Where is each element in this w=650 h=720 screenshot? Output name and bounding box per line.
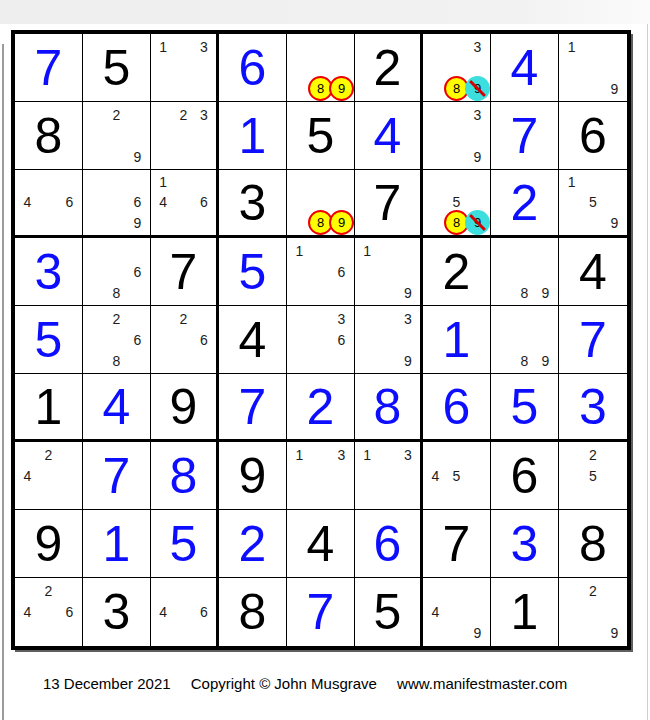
candidate-4: 4: [159, 605, 167, 619]
pencil-slot-1: [289, 36, 310, 57]
pencil-marks: 69: [83, 170, 150, 235]
pencil-slot-1: 1: [289, 240, 310, 261]
cell-r6c2[interactable]: 4: [83, 374, 151, 442]
pencil-slot-9: 9: [535, 282, 556, 303]
given-digit: 9: [219, 442, 286, 509]
cell-r4c7[interactable]: 2: [423, 238, 491, 306]
candidate-9: 9: [610, 626, 618, 640]
pencil-slot-3: [127, 308, 148, 329]
pencil-slot-6: 6: [331, 261, 352, 282]
cell-r4c3[interactable]: 7: [151, 238, 219, 306]
footer-date: 13 December 2021: [43, 675, 171, 692]
pencil-slot-4: 4: [153, 192, 173, 212]
cell-r5c6[interactable]: 39: [355, 306, 423, 374]
pencil-slot-1: [561, 444, 582, 465]
pencil-slot-4: [85, 192, 106, 212]
candidate-2: 2: [113, 108, 121, 122]
pencil-slot-8: [582, 213, 603, 233]
pencil-slot-3: [59, 580, 80, 601]
pencil-slot-2: [377, 444, 397, 465]
pencil-slot-8: 8: [106, 282, 127, 303]
pencil-slot-8: [310, 350, 331, 371]
pencil-slot-8: 8: [514, 350, 535, 371]
pencil-marks: 68: [83, 238, 150, 305]
pencil-slot-5: [377, 329, 397, 350]
pencil-marks: 589: [423, 170, 490, 235]
cell-r7c7[interactable]: 45: [423, 442, 491, 510]
pencil-slot-4: [425, 125, 446, 146]
pencil-slot-6: 6: [127, 261, 148, 282]
cell-r9c6[interactable]: 5: [355, 578, 423, 646]
pencil-slot-9: [59, 486, 80, 507]
pencil-slot-1: 1: [357, 240, 377, 261]
pencil-slot-8: 8: [310, 213, 331, 233]
cell-r8c2[interactable]: 1: [83, 510, 151, 578]
solved-digit: 8: [355, 374, 420, 439]
pencil-slot-2: [377, 240, 397, 261]
cell-r9c7[interactable]: 49: [423, 578, 491, 646]
eliminated-candidate-9: 9: [465, 210, 490, 235]
pencil-slot-6: 6: [127, 192, 148, 212]
pencil-marks: 89: [287, 170, 354, 235]
pencil-marks: 89: [287, 34, 354, 101]
candidate-4: 4: [24, 605, 32, 619]
pencil-slot-7: [289, 350, 310, 371]
pencil-slot-9: 9: [398, 282, 418, 303]
footer-site: www.manifestmaster.com: [397, 675, 567, 692]
cell-r8c8[interactable]: 3: [491, 510, 559, 578]
solved-digit: 4: [83, 374, 150, 439]
cell-r4c9[interactable]: 4: [559, 238, 627, 306]
pencil-slot-8: [173, 78, 193, 99]
pencil-slot-5: [310, 329, 331, 350]
pencil-slot-9: 9: [604, 78, 625, 99]
pencil-slot-8: [377, 282, 397, 303]
pencil-marks: 36: [287, 306, 354, 373]
given-digit: 7: [151, 238, 216, 305]
pencil-slot-6: [604, 465, 625, 486]
pencil-slot-8: [446, 486, 467, 507]
footer: 13 December 2021 Copyright © John Musgra…: [43, 675, 567, 692]
pencil-slot-2: 2: [173, 308, 193, 329]
pencil-marks: 89: [491, 306, 558, 373]
pencil-slot-8: [106, 213, 127, 233]
pencil-slot-5: [173, 192, 193, 212]
pencil-slot-9: 9: [127, 146, 148, 167]
cell-r2c2[interactable]: 29: [83, 102, 151, 170]
cell-r5c4[interactable]: 4: [219, 306, 287, 374]
candidate-5: 5: [453, 469, 461, 483]
candidate-6: 6: [200, 195, 208, 209]
pencil-slot-7: [425, 486, 446, 507]
pencil-slot-2: [446, 104, 467, 125]
pencil-slot-4: [153, 125, 173, 146]
pencil-slot-6: [331, 57, 352, 78]
cell-r5c1[interactable]: 5: [15, 306, 83, 374]
candidate-1: 1: [568, 40, 576, 54]
pencil-slot-5: [106, 192, 127, 212]
pencil-slot-8: [446, 623, 467, 644]
candidate-2: 2: [589, 448, 597, 462]
cell-r8c9[interactable]: 8: [559, 510, 627, 578]
pencil-slot-3: 3: [467, 104, 488, 125]
pencil-slot-3: 3: [194, 104, 214, 125]
cell-r4c4[interactable]: 5: [219, 238, 287, 306]
cell-r8c7[interactable]: 7: [423, 510, 491, 578]
pencil-slot-5: 5: [446, 465, 467, 486]
pencil-slot-1: [85, 308, 106, 329]
cell-r7c6[interactable]: 13: [355, 442, 423, 510]
pencil-marks: 13: [355, 442, 420, 509]
cell-r7c3[interactable]: 8: [151, 442, 219, 510]
candidate-1: 1: [363, 448, 371, 462]
pencil-slot-7: [289, 213, 310, 233]
pencil-slot-1: 1: [153, 172, 173, 192]
candidate-9: 9: [610, 216, 618, 230]
pencil-slot-9: 9: [398, 350, 418, 371]
solved-digit: 2: [491, 170, 558, 235]
pencil-slot-8: [377, 486, 397, 507]
cell-r5c3[interactable]: 26: [151, 306, 219, 374]
pencil-marks: 159: [559, 170, 627, 235]
cell-r4c1[interactable]: 3: [15, 238, 83, 306]
cell-r8c5[interactable]: 4: [287, 510, 355, 578]
pencil-slot-9: [194, 213, 214, 233]
cell-r9c2[interactable]: 3: [83, 578, 151, 646]
pencil-marks: 23: [151, 102, 216, 169]
cell-r6c9[interactable]: 3: [559, 374, 627, 442]
pencil-slot-7: [289, 486, 310, 507]
cell-r7c2[interactable]: 7: [83, 442, 151, 510]
cell-r1c9[interactable]: 19: [559, 34, 627, 102]
cell-r2c7[interactable]: 39: [423, 102, 491, 170]
cell-r3c5[interactable]: 89: [287, 170, 355, 238]
pencil-slot-9: [194, 350, 214, 371]
pencil-slot-9: 9: [467, 146, 488, 167]
pencil-slot-7: [153, 146, 173, 167]
pencil-slot-9: [59, 213, 80, 233]
cell-r3c1[interactable]: 46: [15, 170, 83, 238]
cell-r5c2[interactable]: 268: [83, 306, 151, 374]
pencil-slot-7: [425, 146, 446, 167]
cell-r2c6[interactable]: 4: [355, 102, 423, 170]
pencil-slot-7: [17, 623, 38, 644]
cell-r5c7[interactable]: 1: [423, 306, 491, 374]
cell-r7c9[interactable]: 25: [559, 442, 627, 510]
pencil-slot-2: [106, 240, 127, 261]
pencil-slot-4: [153, 329, 173, 350]
pencil-slot-4: [357, 261, 377, 282]
pencil-slot-5: [514, 261, 535, 282]
cell-r5c9[interactable]: 7: [559, 306, 627, 374]
pencil-marks: 25: [559, 442, 627, 509]
candidate-9: 9: [404, 286, 412, 300]
given-digit: 4: [559, 238, 627, 305]
pencil-slot-2: [173, 172, 193, 192]
cell-r1c1[interactable]: 7: [15, 34, 83, 102]
cell-r1c4[interactable]: 6: [219, 34, 287, 102]
cell-r1c3[interactable]: 13: [151, 34, 219, 102]
pencil-slot-5: [377, 465, 397, 486]
cell-r7c1[interactable]: 24: [15, 442, 83, 510]
candidate-1: 1: [296, 448, 304, 462]
pencil-slot-7: [153, 78, 173, 99]
pencil-slot-4: 4: [17, 465, 38, 486]
cell-r5c5[interactable]: 36: [287, 306, 355, 374]
highlighted-candidate-9: 9: [329, 210, 354, 235]
pencil-slot-1: 1: [153, 36, 173, 57]
cell-r3c9[interactable]: 159: [559, 170, 627, 238]
candidate-3: 3: [404, 312, 412, 326]
cell-r6c1[interactable]: 1: [15, 374, 83, 442]
candidate-5: 5: [453, 195, 461, 209]
pencil-slot-9: 9: [127, 213, 148, 233]
cell-r9c3[interactable]: 46: [151, 578, 219, 646]
solved-digit: 4: [491, 34, 558, 101]
pencil-slot-5: [106, 125, 127, 146]
pencil-slot-6: [398, 261, 418, 282]
cell-r2c3[interactable]: 23: [151, 102, 219, 170]
cell-r2c4[interactable]: 1: [219, 102, 287, 170]
pencil-slot-2: 2: [38, 580, 59, 601]
cell-r2c5[interactable]: 5: [287, 102, 355, 170]
candidate-1: 1: [296, 244, 304, 258]
pencil-slot-7: [289, 78, 310, 99]
cell-r7c8[interactable]: 6: [491, 442, 559, 510]
pencil-slot-5: [173, 57, 193, 78]
pencil-slot-6: 6: [59, 192, 80, 212]
cell-r8c6[interactable]: 6: [355, 510, 423, 578]
cell-r1c5[interactable]: 89: [287, 34, 355, 102]
pencil-marks: 268: [83, 306, 150, 373]
pencil-slot-1: [85, 240, 106, 261]
cell-r6c8[interactable]: 5: [491, 374, 559, 442]
candidate-2: 2: [113, 312, 121, 326]
candidate-5: 5: [589, 195, 597, 209]
pencil-slot-2: [310, 308, 331, 329]
pencil-slot-7: [85, 213, 106, 233]
cell-r3c8[interactable]: 2: [491, 170, 559, 238]
solved-digit: 1: [219, 102, 286, 169]
pencil-slot-4: [561, 192, 582, 212]
pencil-marks: 246: [15, 578, 82, 646]
pencil-slot-1: [153, 580, 173, 601]
candidate-8: 8: [521, 354, 529, 368]
cell-r3c6[interactable]: 7: [355, 170, 423, 238]
pencil-slot-3: 3: [331, 308, 352, 329]
pencil-slot-1: [289, 308, 310, 329]
cell-r4c8[interactable]: 89: [491, 238, 559, 306]
solved-digit: 7: [559, 306, 627, 373]
pencil-slot-8: [377, 350, 397, 371]
cell-r9c5[interactable]: 7: [287, 578, 355, 646]
solved-digit: 3: [559, 374, 627, 439]
eliminated-candidate-9: 9: [465, 76, 490, 101]
candidate-1: 1: [159, 40, 167, 54]
given-digit: 5: [355, 578, 420, 646]
pencil-slot-4: [289, 329, 310, 350]
cell-r3c3[interactable]: 146: [151, 170, 219, 238]
pencil-slot-3: [398, 240, 418, 261]
pencil-slot-6: 6: [59, 601, 80, 622]
cell-r9c8[interactable]: 1: [491, 578, 559, 646]
window-top-band: [0, 0, 650, 24]
pencil-slot-7: [17, 486, 38, 507]
cell-r2c1[interactable]: 8: [15, 102, 83, 170]
given-digit: 2: [355, 34, 420, 101]
cell-r2c8[interactable]: 7: [491, 102, 559, 170]
cell-r1c7[interactable]: 389: [423, 34, 491, 102]
solved-digit: 7: [83, 442, 150, 509]
pencil-slot-1: [425, 580, 446, 601]
pencil-slot-5: [446, 601, 467, 622]
pencil-marks: 46: [151, 578, 216, 646]
pencil-slot-4: [493, 329, 514, 350]
pencil-slot-1: [425, 104, 446, 125]
pencil-slot-3: [331, 172, 352, 192]
pencil-marks: 39: [423, 102, 490, 169]
pencil-slot-6: 6: [194, 192, 214, 212]
pencil-slot-6: [467, 57, 488, 78]
pencil-slot-3: 3: [194, 36, 214, 57]
cell-r6c7[interactable]: 6: [423, 374, 491, 442]
pencil-slot-6: 6: [194, 329, 214, 350]
pencil-slot-7: [357, 350, 377, 371]
cell-r8c3[interactable]: 5: [151, 510, 219, 578]
cell-r9c4[interactable]: 8: [219, 578, 287, 646]
cell-r4c6[interactable]: 19: [355, 238, 423, 306]
pencil-slot-3: [127, 240, 148, 261]
candidate-2: 2: [589, 584, 597, 598]
cell-r9c9[interactable]: 29: [559, 578, 627, 646]
cell-r1c2[interactable]: 5: [83, 34, 151, 102]
pencil-slot-5: [582, 57, 603, 78]
pencil-slot-7: [289, 282, 310, 303]
pencil-slot-2: [377, 308, 397, 329]
given-digit: 4: [219, 306, 286, 373]
solved-digit: 6: [423, 374, 490, 439]
pencil-slot-4: [425, 57, 446, 78]
candidate-9: 9: [134, 150, 142, 164]
pencil-slot-9: [331, 350, 352, 371]
pencil-slot-4: [85, 125, 106, 146]
candidate-3: 3: [404, 448, 412, 462]
candidate-6: 6: [338, 333, 346, 347]
cell-r3c2[interactable]: 69: [83, 170, 151, 238]
cell-r4c5[interactable]: 16: [287, 238, 355, 306]
given-digit: 9: [15, 510, 82, 577]
cell-r9c1[interactable]: 246: [15, 578, 83, 646]
pencil-slot-6: [398, 465, 418, 486]
pencil-slot-6: [604, 57, 625, 78]
pencil-slot-1: [561, 580, 582, 601]
pencil-slot-4: [289, 192, 310, 212]
pencil-marks: 39: [355, 306, 420, 373]
candidate-3: 3: [200, 108, 208, 122]
window-edge-right: [647, 24, 648, 720]
candidate-6: 6: [134, 265, 142, 279]
cell-r7c5[interactable]: 13: [287, 442, 355, 510]
pencil-slot-1: [493, 308, 514, 329]
highlighted-candidate-9: 9: [329, 76, 354, 101]
pencil-slot-8: [38, 213, 59, 233]
pencil-slot-5: [38, 601, 59, 622]
solved-digit: 5: [219, 238, 286, 305]
pencil-slot-1: [153, 104, 173, 125]
pencil-slot-3: [604, 36, 625, 57]
candidate-2: 2: [45, 584, 53, 598]
pencil-slot-3: [194, 172, 214, 192]
cell-r3c7[interactable]: 589: [423, 170, 491, 238]
pencil-slot-6: [467, 465, 488, 486]
cell-r6c4[interactable]: 7: [219, 374, 287, 442]
pencil-slot-5: [173, 125, 193, 146]
pencil-slot-1: [289, 172, 310, 192]
pencil-slot-9: [398, 486, 418, 507]
given-digit: 5: [287, 102, 354, 169]
cell-r4c2[interactable]: 68: [83, 238, 151, 306]
pencil-slot-9: [604, 486, 625, 507]
pencil-slot-9: 9: [467, 623, 488, 644]
pencil-slot-3: 3: [331, 444, 352, 465]
pencil-slot-3: [194, 580, 214, 601]
pencil-slot-9: [59, 623, 80, 644]
pencil-slot-2: 2: [582, 444, 603, 465]
pencil-slot-5: [38, 465, 59, 486]
pencil-slot-8: [38, 623, 59, 644]
candidate-6: 6: [134, 333, 142, 347]
pencil-slot-4: [289, 465, 310, 486]
cell-r1c6[interactable]: 2: [355, 34, 423, 102]
pencil-slot-1: [357, 308, 377, 329]
solved-digit: 1: [83, 510, 150, 577]
candidate-9: 9: [542, 354, 550, 368]
window-edge-left: [2, 44, 4, 720]
cell-r7c4[interactable]: 9: [219, 442, 287, 510]
pencil-slot-4: [561, 465, 582, 486]
pencil-slot-4: 4: [17, 601, 38, 622]
solved-digit: 7: [15, 34, 82, 101]
pencil-marks: 146: [151, 170, 216, 235]
cell-r2c9[interactable]: 6: [559, 102, 627, 170]
cell-r6c5[interactable]: 2: [287, 374, 355, 442]
cell-r8c1[interactable]: 9: [15, 510, 83, 578]
pencil-slot-3: [604, 172, 625, 192]
candidate-4: 4: [159, 195, 167, 209]
given-digit: 8: [15, 102, 82, 169]
cell-r6c6[interactable]: 8: [355, 374, 423, 442]
pencil-slot-7: [561, 213, 582, 233]
candidate-1: 1: [159, 175, 167, 189]
pencil-slot-9: [127, 350, 148, 371]
cell-r1c8[interactable]: 4: [491, 34, 559, 102]
pencil-slot-6: [331, 465, 352, 486]
pencil-slot-3: [331, 36, 352, 57]
pencil-slot-3: 3: [398, 308, 418, 329]
cell-r6c3[interactable]: 9: [151, 374, 219, 442]
given-digit: 3: [219, 170, 286, 235]
pencil-slot-2: [446, 36, 467, 57]
pencil-slot-2: [38, 172, 59, 192]
cell-r5c8[interactable]: 89: [491, 306, 559, 374]
pencil-slot-4: 4: [153, 601, 173, 622]
cell-r8c4[interactable]: 2: [219, 510, 287, 578]
pencil-marks: 13: [151, 34, 216, 101]
cell-r3c4[interactable]: 3: [219, 170, 287, 238]
candidate-9: 9: [474, 626, 482, 640]
pencil-slot-2: [446, 444, 467, 465]
pencil-slot-9: [331, 486, 352, 507]
